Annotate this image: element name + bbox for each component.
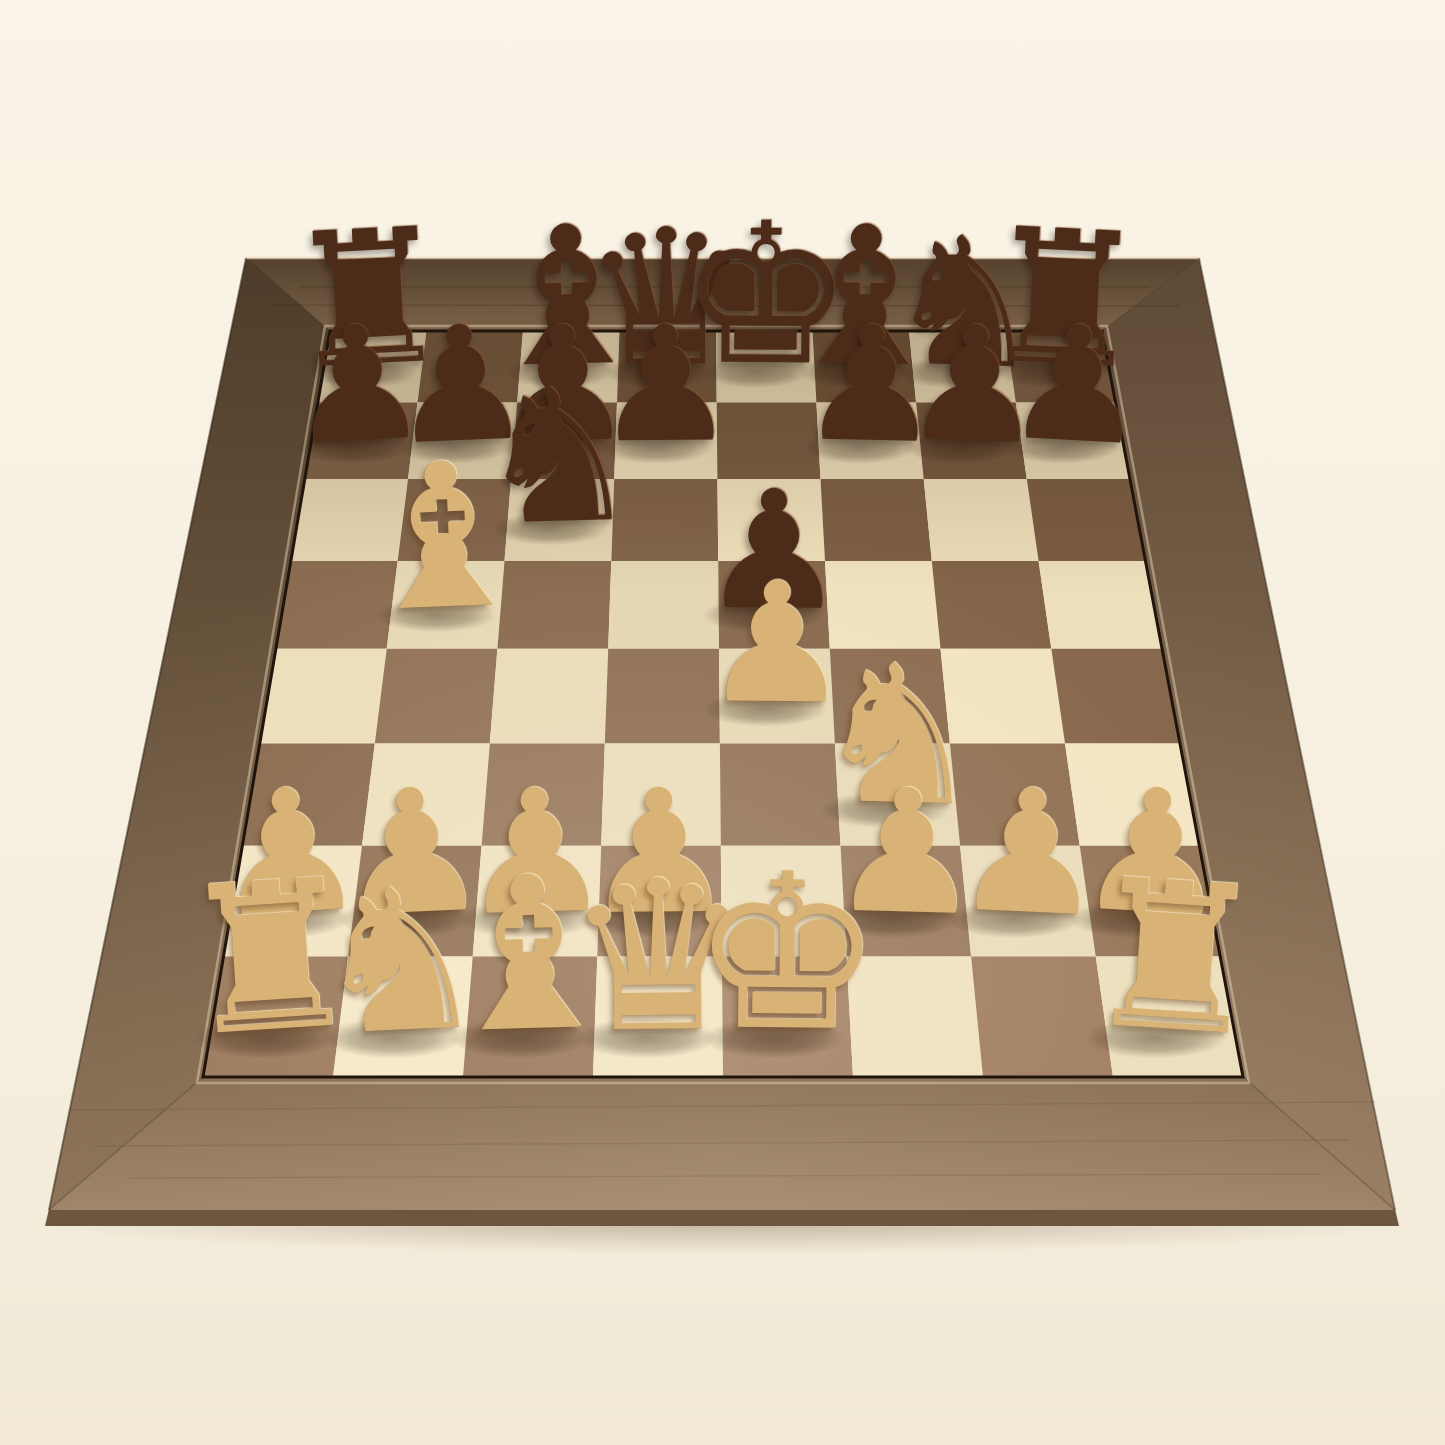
piece-white-king-e1[interactable]: ♚ [690,846,885,1063]
piece-black-pawn-h7[interactable]: ♟ [1001,303,1152,469]
chessboard-product-photo: ♜♝♛♚♝♞♜♟♟♟♟♟♟♟♞♝♟♟♞♟♟♟♟♟♟♟♜♞♝♛♚♜ [0,0,1445,1445]
piece-white-bishop-b5[interactable]: ♝ [349,434,536,641]
pieces-layer: ♜♝♛♚♝♞♜♟♟♟♟♟♟♟♞♝♟♟♞♟♟♟♟♟♟♟♜♞♝♛♚♜ [0,0,1445,1445]
piece-white-rook-h1[interactable]: ♜ [1077,851,1273,1066]
